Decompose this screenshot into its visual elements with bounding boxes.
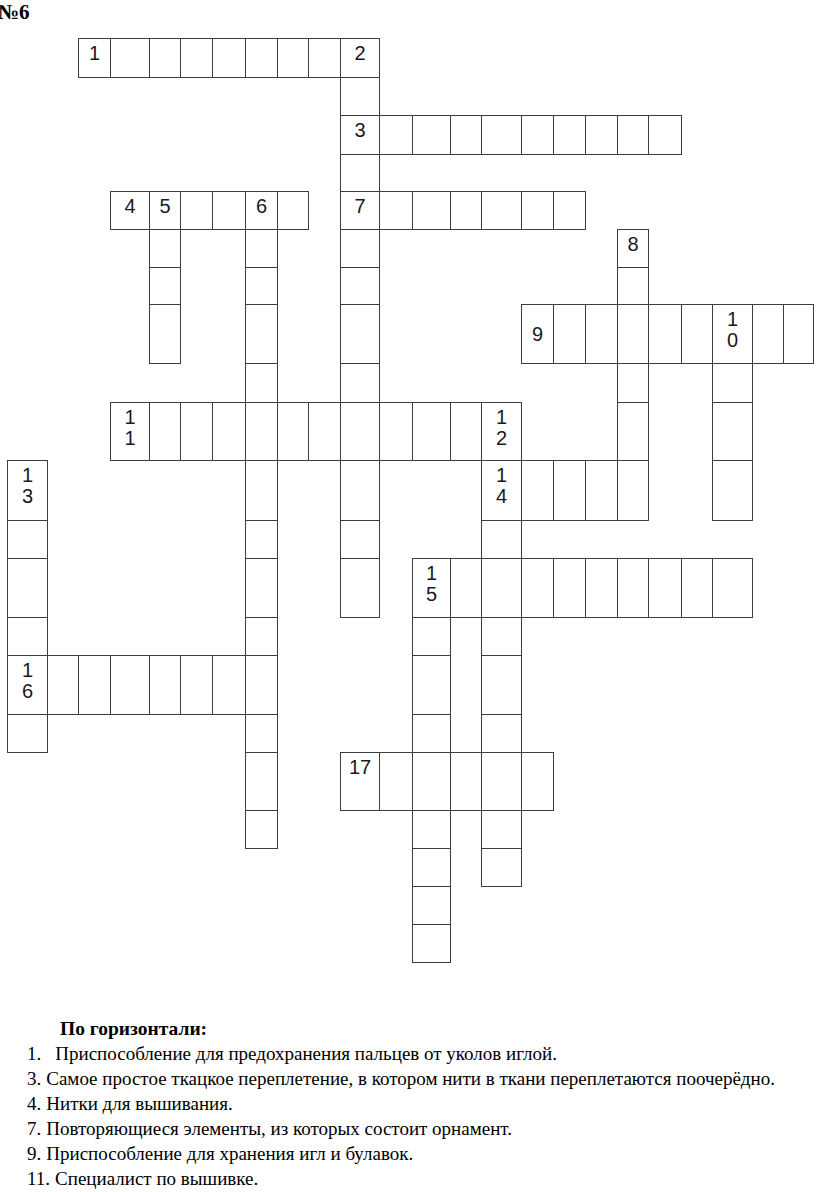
grid-cell[interactable]: 1 [78, 38, 111, 78]
grid-cell[interactable] [585, 304, 618, 364]
grid-cell[interactable] [379, 191, 413, 230]
grid-cell[interactable] [149, 304, 181, 364]
clue-line: 7.Повторяющиеся элементы, из которых сос… [27, 1116, 816, 1141]
grid-cell[interactable] [481, 191, 522, 230]
grid-cell[interactable] [340, 267, 380, 305]
grid-cell[interactable] [450, 558, 482, 618]
grid-cell[interactable] [648, 304, 682, 364]
grid-cell[interactable] [412, 810, 451, 849]
grid-cell[interactable] [78, 655, 111, 715]
grid-cell[interactable] [481, 558, 522, 618]
clue-number-label: 17 [349, 753, 371, 778]
clue-text: Приспособление для предохранения пальцев… [55, 1041, 557, 1066]
puzzle-number: №6 [0, 1, 30, 23]
clue-number-label: 5 [159, 192, 170, 217]
grid-cell[interactable] [245, 752, 278, 811]
grid-cell[interactable]: 1 3 [7, 460, 48, 521]
grid-cell[interactable]: 9 [521, 304, 554, 364]
grid-cell[interactable] [340, 402, 380, 461]
grid-cell[interactable]: 4 [110, 191, 150, 230]
grid-cell[interactable] [712, 460, 753, 521]
grid-cell[interactable] [149, 229, 181, 268]
grid-cell[interactable] [521, 558, 554, 618]
clue-line: 3.Самое простое ткацкое переплетение, в … [27, 1066, 816, 1091]
grid-cell[interactable] [340, 229, 380, 268]
grid-cell[interactable] [648, 115, 682, 155]
grid-cell[interactable] [7, 558, 48, 618]
grid-cell[interactable] [245, 714, 278, 753]
grid-cell[interactable] [681, 304, 713, 364]
grid-cell[interactable] [617, 558, 649, 618]
grid-cell[interactable] [149, 655, 181, 715]
clue-number: 3. [27, 1066, 41, 1091]
grid-cell[interactable] [521, 460, 554, 521]
grid-cell[interactable] [340, 77, 380, 116]
clue-number-label: 1 4 [496, 461, 507, 507]
grid-cell[interactable]: 1 6 [7, 655, 48, 715]
grid-cell[interactable] [180, 655, 213, 715]
clue-number-label: 9 [532, 324, 543, 345]
grid-cell[interactable] [521, 115, 554, 155]
clue-number-label: 8 [627, 230, 638, 255]
grid-cell[interactable] [412, 191, 451, 230]
grid-cell[interactable] [712, 558, 753, 618]
grid-cell[interactable] [481, 617, 522, 656]
grid-cell[interactable] [553, 304, 586, 364]
grid-cell[interactable]: 17 [340, 752, 380, 811]
grid-cell[interactable] [752, 304, 784, 364]
grid-cell[interactable] [7, 520, 48, 559]
grid-cell[interactable] [308, 38, 341, 78]
grid-cell[interactable] [340, 520, 380, 559]
grid-cell[interactable] [245, 267, 278, 305]
grid-cell[interactable] [521, 191, 554, 230]
grid-cell[interactable] [412, 655, 451, 715]
grid-cell[interactable]: 6 [245, 191, 278, 230]
clue-number-label: 3 [354, 116, 365, 141]
grid-cell[interactable] [450, 191, 482, 230]
grid-cell[interactable] [450, 402, 482, 461]
grid-cell[interactable] [245, 520, 278, 559]
grid-cell[interactable] [110, 655, 150, 715]
grid-cell[interactable] [180, 191, 213, 230]
grid-cell[interactable] [553, 191, 586, 230]
grid-cell[interactable] [712, 363, 753, 403]
grid-cell[interactable]: 1 5 [412, 558, 451, 618]
grid-cell[interactable] [212, 191, 246, 230]
grid-cell[interactable]: 8 [617, 229, 649, 268]
grid-cell[interactable] [379, 402, 413, 461]
clue-text: Самое простое ткацкое переплетение, в ко… [46, 1066, 775, 1091]
crossword-grid: 1234567891 01 11 21 31 41 51 617 [7, 38, 813, 962]
clue-number: 11. [27, 1166, 50, 1191]
grid-cell[interactable] [412, 115, 451, 155]
grid-cell[interactable] [412, 848, 451, 887]
grid-cell[interactable] [47, 655, 79, 715]
clues-section: По горизонтали: 1.Приспособление для пре… [27, 1016, 816, 1191]
grid-cell[interactable] [617, 460, 649, 521]
grid-cell[interactable] [481, 848, 522, 887]
grid-cell[interactable]: 1 1 [110, 402, 150, 461]
clues-list: 1.Приспособление для предохранения пальц… [27, 1041, 816, 1191]
grid-cell[interactable]: 7 [340, 191, 380, 230]
grid-cell[interactable] [450, 115, 482, 155]
clue-number: 9. [27, 1141, 41, 1166]
grid-cell[interactable]: 1 0 [712, 304, 753, 364]
grid-cell[interactable] [340, 363, 380, 403]
grid-cell[interactable] [180, 402, 213, 461]
clue-number-label: 1 0 [727, 305, 738, 351]
grid-cell[interactable] [412, 714, 451, 753]
grid-cell[interactable] [110, 38, 150, 78]
grid-cell[interactable] [648, 558, 682, 618]
clues-header: По горизонтали: [60, 1016, 816, 1041]
clue-number-label: 2 [354, 39, 365, 64]
grid-cell[interactable]: 1 2 [481, 402, 522, 461]
grid-cell[interactable] [617, 115, 649, 155]
grid-cell[interactable] [245, 38, 278, 78]
grid-cell[interactable] [212, 38, 246, 78]
grid-cell[interactable] [481, 714, 522, 753]
clue-number-label: 4 [124, 192, 135, 217]
grid-cell[interactable] [277, 191, 309, 230]
clue-text: Повторяющиеся элементы, из которых состо… [46, 1116, 512, 1141]
grid-cell[interactable] [245, 810, 278, 849]
grid-cell[interactable]: 3 [340, 115, 380, 155]
grid-cell[interactable] [481, 752, 522, 811]
clue-text: Специалист по вышивке. [55, 1166, 258, 1191]
grid-cell[interactable]: 1 4 [481, 460, 522, 521]
grid-cell[interactable] [521, 752, 554, 811]
grid-cell[interactable] [783, 304, 814, 364]
grid-cell[interactable] [585, 115, 618, 155]
grid-cell[interactable] [245, 655, 278, 715]
clue-text: Нитки для вышивания. [46, 1091, 233, 1116]
grid-cell[interactable] [481, 655, 522, 715]
clue-number-label: 1 1 [124, 403, 135, 449]
grid-cell[interactable] [340, 460, 380, 521]
grid-cell[interactable] [481, 810, 522, 849]
clue-number-label: 1 5 [426, 559, 437, 605]
grid-cell[interactable] [340, 154, 380, 192]
clue-text: Приспособление для хранения игл и булаво… [46, 1141, 413, 1166]
grid-cell[interactable] [149, 402, 181, 461]
grid-cell[interactable] [412, 752, 451, 811]
grid-cell[interactable] [412, 402, 451, 461]
clue-number-label: 6 [256, 192, 267, 217]
grid-cell[interactable] [412, 886, 451, 925]
grid-cell[interactable] [481, 115, 522, 155]
grid-cell[interactable] [412, 924, 451, 963]
grid-cell[interactable] [149, 267, 181, 305]
clue-line: 11.Специалист по вышивке. [27, 1166, 816, 1191]
grid-cell[interactable] [245, 460, 278, 521]
grid-cell[interactable] [553, 558, 586, 618]
grid-cell[interactable] [617, 267, 649, 305]
grid-cell[interactable] [553, 460, 586, 521]
grid-cell[interactable] [212, 655, 246, 715]
grid-cell[interactable] [245, 363, 278, 403]
clue-number: 7. [27, 1116, 41, 1141]
grid-cell[interactable] [180, 38, 213, 78]
grid-cell[interactable] [379, 752, 413, 811]
grid-cell[interactable] [617, 363, 649, 403]
clue-number-label: 7 [354, 192, 365, 217]
grid-cell[interactable] [481, 520, 522, 559]
grid-cell[interactable] [308, 402, 341, 461]
grid-cell[interactable]: 2 [340, 38, 380, 78]
grid-cell[interactable] [7, 714, 48, 753]
grid-cell[interactable] [277, 402, 309, 461]
grid-cell[interactable] [245, 402, 278, 461]
grid-cell[interactable] [617, 402, 649, 461]
grid-cell[interactable] [245, 304, 278, 364]
grid-cell[interactable] [585, 460, 618, 521]
clue-line: 4.Нитки для вышивания. [27, 1091, 816, 1116]
grid-cell[interactable] [553, 115, 586, 155]
grid-cell[interactable] [277, 38, 309, 78]
grid-cell[interactable] [7, 617, 48, 656]
grid-cell[interactable] [712, 402, 753, 461]
grid-cell[interactable] [245, 229, 278, 268]
clue-line: 1.Приспособление для предохранения пальц… [27, 1041, 816, 1066]
clue-number: 4. [27, 1091, 41, 1116]
clue-number-label: 1 6 [22, 656, 33, 702]
grid-cell[interactable] [245, 617, 278, 656]
grid-cell[interactable] [450, 752, 482, 811]
grid-cell[interactable] [245, 558, 278, 618]
grid-cell[interactable] [412, 617, 451, 656]
clue-number-label: 1 3 [22, 461, 33, 507]
clue-line: 9.Приспособление для хранения игл и була… [27, 1141, 816, 1166]
grid-cell[interactable] [212, 402, 246, 461]
clue-number-label: 1 2 [496, 403, 507, 449]
grid-cell[interactable] [585, 558, 618, 618]
clue-number-label: 1 [89, 39, 100, 64]
grid-cell[interactable] [149, 38, 181, 78]
clue-number: 1. [27, 1041, 41, 1066]
grid-cell[interactable] [340, 304, 380, 364]
grid-cell[interactable]: 5 [149, 191, 181, 230]
grid-cell[interactable] [617, 304, 649, 364]
worksheet-page: { "page_label": "№6", "game": "crossword… [0, 0, 816, 1192]
grid-cell[interactable] [681, 558, 713, 618]
grid-cell[interactable] [340, 558, 380, 618]
grid-cell[interactable] [379, 115, 413, 155]
